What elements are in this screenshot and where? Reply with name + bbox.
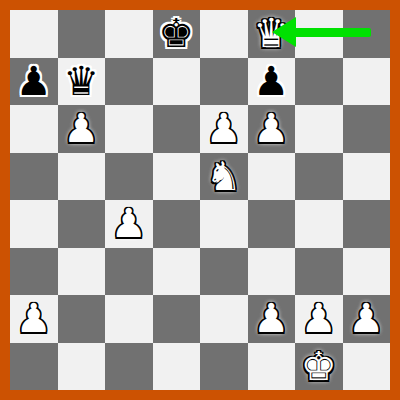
square-a5[interactable] xyxy=(10,153,58,201)
white-queen[interactable]: ♛ xyxy=(253,10,289,58)
white-pawn[interactable]: ♟ xyxy=(111,200,147,248)
white-pawn[interactable]: ♟ xyxy=(253,295,289,343)
square-d1[interactable] xyxy=(153,343,201,391)
square-h2[interactable]: ♟ xyxy=(343,295,391,343)
square-f5[interactable] xyxy=(248,153,296,201)
square-e6[interactable]: ♟ xyxy=(200,105,248,153)
square-b5[interactable] xyxy=(58,153,106,201)
square-e7[interactable] xyxy=(200,58,248,106)
square-b8[interactable] xyxy=(58,10,106,58)
square-c2[interactable] xyxy=(105,295,153,343)
square-b6[interactable]: ♟ xyxy=(58,105,106,153)
white-pawn[interactable]: ♟ xyxy=(16,295,52,343)
square-g2[interactable]: ♟ xyxy=(295,295,343,343)
square-b7[interactable]: ♛ xyxy=(58,58,106,106)
square-c3[interactable] xyxy=(105,248,153,296)
black-king[interactable]: ♚ xyxy=(158,10,194,58)
square-f8[interactable]: ♛ xyxy=(248,10,296,58)
square-e5[interactable]: ♞ xyxy=(200,153,248,201)
square-b1[interactable] xyxy=(58,343,106,391)
square-f7[interactable]: ♟ xyxy=(248,58,296,106)
square-d8[interactable]: ♚ xyxy=(153,10,201,58)
square-d3[interactable] xyxy=(153,248,201,296)
square-f1[interactable] xyxy=(248,343,296,391)
square-e2[interactable] xyxy=(200,295,248,343)
square-b4[interactable] xyxy=(58,200,106,248)
square-a6[interactable] xyxy=(10,105,58,153)
square-c8[interactable] xyxy=(105,10,153,58)
white-king[interactable]: ♚ xyxy=(301,343,337,391)
square-c4[interactable]: ♟ xyxy=(105,200,153,248)
square-e4[interactable] xyxy=(200,200,248,248)
square-b2[interactable] xyxy=(58,295,106,343)
white-pawn[interactable]: ♟ xyxy=(206,105,242,153)
square-h4[interactable] xyxy=(343,200,391,248)
square-e1[interactable] xyxy=(200,343,248,391)
white-pawn[interactable]: ♟ xyxy=(348,295,384,343)
square-g5[interactable] xyxy=(295,153,343,201)
square-a2[interactable]: ♟ xyxy=(10,295,58,343)
black-pawn[interactable]: ♟ xyxy=(253,58,289,106)
square-e3[interactable] xyxy=(200,248,248,296)
square-d7[interactable] xyxy=(153,58,201,106)
square-d2[interactable] xyxy=(153,295,201,343)
black-queen[interactable]: ♛ xyxy=(63,58,99,106)
square-d5[interactable] xyxy=(153,153,201,201)
square-h1[interactable] xyxy=(343,343,391,391)
square-a1[interactable] xyxy=(10,343,58,391)
square-a3[interactable] xyxy=(10,248,58,296)
square-g1[interactable]: ♚ xyxy=(295,343,343,391)
square-a7[interactable]: ♟ xyxy=(10,58,58,106)
square-h3[interactable] xyxy=(343,248,391,296)
square-g8[interactable] xyxy=(295,10,343,58)
white-pawn[interactable]: ♟ xyxy=(63,105,99,153)
black-pawn[interactable]: ♟ xyxy=(16,58,52,106)
square-f6[interactable]: ♟ xyxy=(248,105,296,153)
square-f2[interactable]: ♟ xyxy=(248,295,296,343)
square-c6[interactable] xyxy=(105,105,153,153)
chess-board[interactable]: ♚♛♟♛♟♟♟♟♞♟♟♟♟♟♚ xyxy=(10,10,390,390)
square-g7[interactable] xyxy=(295,58,343,106)
square-f4[interactable] xyxy=(248,200,296,248)
white-knight[interactable]: ♞ xyxy=(206,153,242,201)
square-f3[interactable] xyxy=(248,248,296,296)
square-h7[interactable] xyxy=(343,58,391,106)
square-a8[interactable] xyxy=(10,10,58,58)
white-pawn[interactable]: ♟ xyxy=(253,105,289,153)
square-g4[interactable] xyxy=(295,200,343,248)
board-frame: ♚♛♟♛♟♟♟♟♞♟♟♟♟♟♚ xyxy=(0,0,400,400)
square-c1[interactable] xyxy=(105,343,153,391)
square-h6[interactable] xyxy=(343,105,391,153)
square-c5[interactable] xyxy=(105,153,153,201)
square-a4[interactable] xyxy=(10,200,58,248)
square-d6[interactable] xyxy=(153,105,201,153)
square-e8[interactable] xyxy=(200,10,248,58)
square-h5[interactable] xyxy=(343,153,391,201)
square-g3[interactable] xyxy=(295,248,343,296)
square-g6[interactable] xyxy=(295,105,343,153)
square-c7[interactable] xyxy=(105,58,153,106)
square-b3[interactable] xyxy=(58,248,106,296)
square-h8[interactable] xyxy=(343,10,391,58)
white-pawn[interactable]: ♟ xyxy=(301,295,337,343)
square-d4[interactable] xyxy=(153,200,201,248)
